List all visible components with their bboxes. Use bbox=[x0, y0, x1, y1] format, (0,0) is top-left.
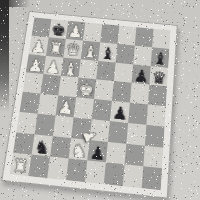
piece-black-pawn-f4[interactable]: ♟ bbox=[110, 100, 130, 123]
photo-dark-edge-top bbox=[0, 0, 30, 7]
piece-white-pawn-c4[interactable]: ♟ bbox=[56, 95, 76, 118]
pieces-layer: ♚♟♟♜♛♝♝♝♟♟♝♟♛♚♟♟♟♞♞♟♜ bbox=[10, 18, 171, 191]
piece-white-king-d5[interactable]: ♚ bbox=[76, 77, 96, 99]
board-playing-area: ♚♟♟♜♛♝♝♝♟♟♝♟♛♚♟♟♟♞♞♟♜ bbox=[10, 18, 171, 191]
piece-white-pawn-a6[interactable]: ♟ bbox=[26, 53, 46, 75]
piece-black-pawn-e2[interactable]: ♟ bbox=[87, 139, 108, 162]
piece-white-knight-d2[interactable]: ♞ bbox=[69, 137, 90, 160]
piece-white-bishop-c6[interactable]: ♝ bbox=[61, 56, 81, 78]
piece-black-pawn-g6[interactable]: ♟ bbox=[132, 63, 152, 85]
piece-black-bishop-e7[interactable]: ♝ bbox=[98, 41, 117, 63]
chess-board: ♚♟♟♜♛♝♝♝♟♟♝♟♛♚♟♟♟♞♞♟♜ bbox=[1, 11, 177, 199]
photo-dark-edge bbox=[0, 0, 9, 112]
piece-white-rook-a1[interactable]: ♜ bbox=[10, 153, 31, 177]
piece-white-bishop-d7[interactable]: ♝ bbox=[81, 39, 100, 61]
piece-black-knight-b2[interactable]: ♞ bbox=[32, 133, 53, 156]
piece-black-queen-h6[interactable]: ♛ bbox=[149, 65, 169, 87]
piece-white-pawn-b6[interactable]: ♟ bbox=[43, 54, 63, 76]
chessboard-photo: ♚♟♟♜♛♝♝♝♟♟♝♟♛♚♟♟♟♞♞♟♜ bbox=[0, 0, 200, 200]
